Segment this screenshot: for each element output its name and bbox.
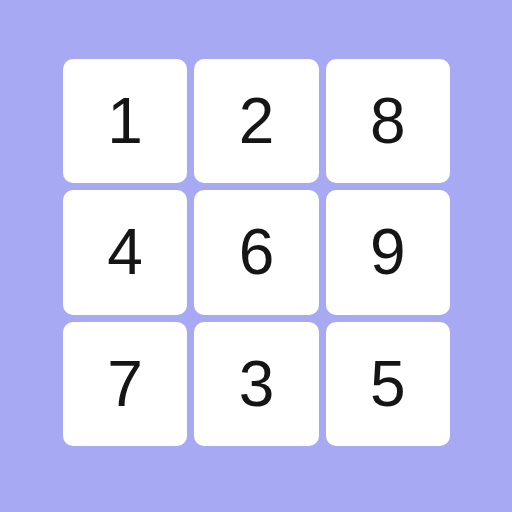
tile-r0c0[interactable]: 1 bbox=[63, 59, 187, 183]
tile-r1c2[interactable]: 9 bbox=[326, 190, 450, 314]
tile-r0c1[interactable]: 2 bbox=[194, 59, 318, 183]
tile-r2c0[interactable]: 7 bbox=[63, 322, 187, 446]
tile-r1c0[interactable]: 4 bbox=[63, 190, 187, 314]
tile-r1c1[interactable]: 6 bbox=[194, 190, 318, 314]
tile-r2c2[interactable]: 5 bbox=[326, 322, 450, 446]
tile-r2c1[interactable]: 3 bbox=[194, 322, 318, 446]
puzzle-board: 1 2 8 4 6 9 7 3 5 bbox=[63, 59, 450, 446]
tile-r0c2[interactable]: 8 bbox=[326, 59, 450, 183]
